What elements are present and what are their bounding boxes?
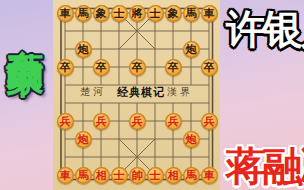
xiangqi-piece-black[interactable]: 卒 [93,59,110,76]
river-brand-text: 经典棋记 [113,86,169,98]
xiangqi-piece-red[interactable]: 帥 [129,167,146,184]
xiangqi-piece-black[interactable]: 象 [165,5,182,22]
xiangqi-piece-red[interactable]: 士 [111,167,128,184]
xiangqi-piece-black[interactable]: 將 [129,5,146,22]
xiangqi-piece-red[interactable]: 炮 [183,131,200,148]
river-label-han-jie: 漢界 [167,86,193,98]
xiangqi-piece-red[interactable]: 相 [93,167,110,184]
xiangqi-piece-black[interactable]: 象 [93,5,110,22]
xiangqi-piece-black[interactable]: 卒 [57,59,74,76]
xiangqi-piece-black[interactable]: 士 [147,5,164,22]
video-thumbnail: 楚河 经典棋记 漢界 車馬象士將士象馬車炮炮卒卒卒卒卒兵兵兵兵兵炮炮車馬相士帥士… [0,0,304,190]
xiangqi-piece-black[interactable]: 馬 [75,5,92,22]
player-name-bottom: 蒋融冰 [226,146,304,186]
xiangqi-piece-black[interactable]: 卒 [129,59,146,76]
xiangqi-piece-red[interactable]: 馬 [183,167,200,184]
left-vertical-title: 轰动象甲 [2,18,48,38]
xiangqi-piece-black[interactable]: 馬 [183,5,200,22]
xiangqi-piece-red[interactable]: 相 [165,167,182,184]
xiangqi-piece-red[interactable]: 兵 [165,113,182,130]
xiangqi-piece-black[interactable]: 卒 [165,59,182,76]
xiangqi-piece-red[interactable]: 馬 [75,167,92,184]
player-name-top: 许银川 [226,9,304,49]
xiangqi-piece-red[interactable]: 車 [201,167,218,184]
xiangqi-board: 楚河 经典棋记 漢界 車馬象士將士象馬車炮炮卒卒卒卒卒兵兵兵兵兵炮炮車馬相士帥士… [53,0,220,190]
xiangqi-piece-red[interactable]: 兵 [129,113,146,130]
xiangqi-piece-black[interactable]: 炮 [75,41,92,58]
xiangqi-piece-red[interactable]: 兵 [93,113,110,130]
xiangqi-piece-red[interactable]: 士 [147,167,164,184]
river-label-chu-he: 楚河 [80,86,106,98]
xiangqi-piece-red[interactable]: 車 [57,167,74,184]
xiangqi-piece-red[interactable]: 炮 [75,131,92,148]
xiangqi-piece-red[interactable]: 兵 [201,113,218,130]
xiangqi-piece-black[interactable]: 車 [201,5,218,22]
xiangqi-piece-red[interactable]: 兵 [57,113,74,130]
xiangqi-piece-black[interactable]: 士 [111,5,128,22]
xiangqi-piece-black[interactable]: 卒 [201,59,218,76]
xiangqi-piece-black[interactable]: 車 [57,5,74,22]
xiangqi-piece-black[interactable]: 炮 [183,41,200,58]
